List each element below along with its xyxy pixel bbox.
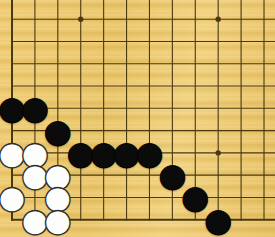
stone-white-c1[interactable]: ● [45,207,71,233]
stones-layer: ●●●●●●●●●●●●●●●●●● [0,0,275,237]
go-board[interactable]: ●●●●●●●●●●●●●●●●●● [0,0,275,237]
go-app-screen: ●●●●●●●●●●●●●●●●●● [0,0,275,237]
stone-black-k1[interactable]: ● [205,207,231,233]
